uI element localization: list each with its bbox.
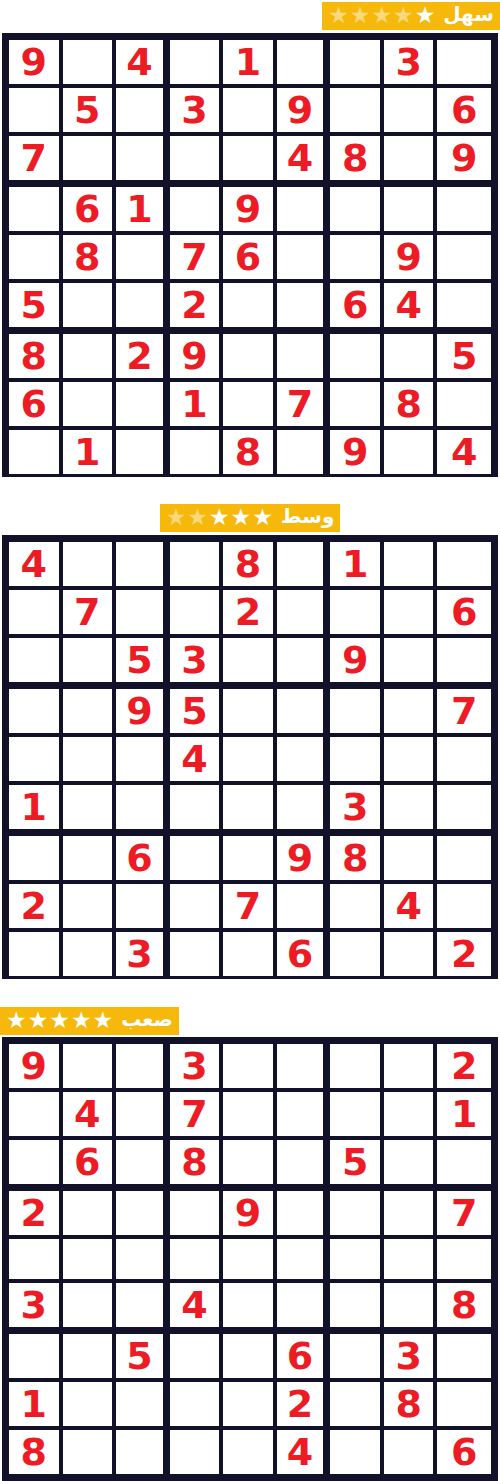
sudoku-cell-empty <box>277 1239 331 1283</box>
sudoku-cell-empty <box>277 1140 331 1191</box>
sudoku-cell-given: 6 <box>277 1334 331 1382</box>
sudoku-cell-empty <box>384 1430 438 1474</box>
sudoku-grid-medium: 481726539957413698274362 <box>2 535 498 979</box>
sudoku-cell-empty <box>9 836 63 884</box>
hard-banner-row: ★★★★★ صعب <box>0 1007 500 1035</box>
sudoku-cell-empty <box>223 1140 277 1191</box>
sudoku-cell-given: 7 <box>170 235 224 283</box>
sudoku-cell-given: 6 <box>437 590 491 638</box>
sudoku-cell-empty <box>384 737 438 785</box>
sudoku-cell-empty <box>9 638 63 689</box>
sudoku-cell-empty <box>277 1283 331 1334</box>
sudoku-cell-empty <box>116 1239 170 1283</box>
sudoku-cell-given: 9 <box>223 187 277 235</box>
star-faded-icon: ★ <box>187 506 208 529</box>
star-filled-icon: ★ <box>415 4 436 27</box>
sudoku-cell-given: 6 <box>63 187 117 235</box>
sudoku-cell-given: 4 <box>63 1092 117 1140</box>
sudoku-cell-empty <box>437 542 491 590</box>
sudoku-cell-empty <box>277 40 331 88</box>
sudoku-cell-empty <box>330 884 384 932</box>
sudoku-cell-given: 8 <box>223 542 277 590</box>
sudoku-cell-given: 8 <box>63 235 117 283</box>
sudoku-cell-given: 9 <box>384 235 438 283</box>
sudoku-cell-empty <box>437 737 491 785</box>
sudoku-cell-empty <box>330 235 384 283</box>
sudoku-cell-given: 2 <box>223 590 277 638</box>
sudoku-cell-empty <box>223 1334 277 1382</box>
sudoku-cell-given: 4 <box>116 40 170 88</box>
sudoku-cell-empty <box>330 187 384 235</box>
star-faded-icon: ★ <box>166 506 187 529</box>
sudoku-cell-empty <box>277 334 331 382</box>
sudoku-cell-empty <box>437 638 491 689</box>
sudoku-cell-given: 7 <box>437 1191 491 1239</box>
star-filled-icon: ★ <box>28 1009 49 1032</box>
sudoku-cell-empty <box>63 689 117 737</box>
sudoku-cell-empty <box>63 737 117 785</box>
sudoku-cell-empty <box>63 1191 117 1239</box>
star-rating-hard: ★★★★★ <box>6 1010 113 1033</box>
sudoku-cell-empty <box>170 884 224 932</box>
medium-banner-row: ★★★★★ وسط <box>0 504 500 532</box>
sudoku-cell-empty <box>384 1140 438 1191</box>
sudoku-cell-empty <box>384 187 438 235</box>
sudoku-cell-given: 5 <box>63 88 117 136</box>
sudoku-cell-given: 5 <box>170 689 224 737</box>
sudoku-cell-empty <box>384 334 438 382</box>
sudoku-cell-given: 5 <box>9 283 63 334</box>
sudoku-cell-empty <box>437 1382 491 1430</box>
sudoku-cell-empty <box>330 737 384 785</box>
sudoku-cell-empty <box>170 1239 224 1283</box>
sudoku-cell-empty <box>63 1334 117 1382</box>
sudoku-cell-empty <box>116 1430 170 1474</box>
sudoku-cell-empty <box>437 382 491 430</box>
sudoku-cell-empty <box>170 1382 224 1430</box>
sudoku-cell-given: 8 <box>330 136 384 187</box>
sudoku-cell-given: 6 <box>277 932 331 976</box>
star-filled-icon: ★ <box>71 1009 92 1032</box>
sudoku-cell-empty <box>116 1191 170 1239</box>
difficulty-label-medium: وسط <box>281 506 335 526</box>
sudoku-cell-given: 1 <box>9 1382 63 1430</box>
sudoku-cell-given: 4 <box>9 542 63 590</box>
sudoku-cell-given: 9 <box>116 689 170 737</box>
sudoku-cell-empty <box>170 542 224 590</box>
sudoku-cell-given: 7 <box>63 590 117 638</box>
sudoku-cell-given: 9 <box>437 136 491 187</box>
sudoku-cell-given: 4 <box>170 737 224 785</box>
sudoku-cell-empty <box>63 40 117 88</box>
sudoku-cell-empty <box>330 40 384 88</box>
sudoku-cell-empty <box>170 40 224 88</box>
sudoku-cell-given: 4 <box>384 884 438 932</box>
sudoku-grid-hard: 932471685297348563128846 <box>2 1037 498 1481</box>
sudoku-cell-empty <box>116 235 170 283</box>
sudoku-cell-given: 2 <box>437 932 491 976</box>
sudoku-cell-given: 7 <box>223 884 277 932</box>
star-rating-medium: ★★★★★ <box>166 507 273 530</box>
sudoku-cell-empty <box>9 590 63 638</box>
sudoku-cell-empty <box>384 932 438 976</box>
sudoku-cell-empty <box>63 542 117 590</box>
sudoku-cell-given: 6 <box>437 88 491 136</box>
sudoku-cell-empty <box>277 187 331 235</box>
sudoku-cell-empty <box>330 1044 384 1092</box>
sudoku-cell-given: 1 <box>170 382 224 430</box>
sudoku-cell-given: 7 <box>9 136 63 187</box>
star-faded-icon: ★ <box>393 4 414 27</box>
sudoku-cell-empty <box>384 836 438 884</box>
sudoku-cell-empty <box>437 40 491 88</box>
sudoku-cell-empty <box>116 884 170 932</box>
sudoku-cell-empty <box>277 235 331 283</box>
sudoku-cell-empty <box>330 1382 384 1430</box>
sudoku-cell-given: 6 <box>116 836 170 884</box>
sudoku-cell-given: 6 <box>63 1140 117 1191</box>
sudoku-cell-empty <box>277 590 331 638</box>
sudoku-cell-empty <box>437 884 491 932</box>
sudoku-cell-empty <box>330 88 384 136</box>
star-faded-icon: ★ <box>371 4 392 27</box>
sudoku-cell-empty <box>116 542 170 590</box>
star-faded-icon: ★ <box>350 4 371 27</box>
sudoku-cell-empty <box>9 1239 63 1283</box>
sudoku-cell-empty <box>277 785 331 836</box>
sudoku-cell-empty <box>223 932 277 976</box>
sudoku-cell-empty <box>116 1092 170 1140</box>
sudoku-cell-given: 2 <box>9 1191 63 1239</box>
star-filled-icon: ★ <box>231 506 252 529</box>
sudoku-cell-given: 5 <box>437 334 491 382</box>
sudoku-cell-empty <box>170 136 224 187</box>
sudoku-cell-given: 3 <box>384 1334 438 1382</box>
sudoku-cell-empty <box>116 283 170 334</box>
sudoku-cell-empty <box>277 737 331 785</box>
sudoku-cell-empty <box>277 638 331 689</box>
sudoku-cell-given: 2 <box>170 283 224 334</box>
sudoku-cell-empty <box>9 1140 63 1191</box>
sudoku-cell-empty <box>116 430 170 474</box>
sudoku-cell-empty <box>437 1334 491 1382</box>
sudoku-cell-empty <box>384 1092 438 1140</box>
sudoku-cell-given: 9 <box>330 430 384 474</box>
sudoku-cell-empty <box>437 1140 491 1191</box>
sudoku-cell-empty <box>9 1092 63 1140</box>
sudoku-cell-empty <box>223 382 277 430</box>
sudoku-cell-empty <box>437 283 491 334</box>
star-faded-icon: ★ <box>328 4 349 27</box>
sudoku-cell-empty <box>63 136 117 187</box>
sudoku-cell-empty <box>384 1191 438 1239</box>
sudoku-cell-empty <box>223 1092 277 1140</box>
sudoku-cell-empty <box>9 187 63 235</box>
sudoku-cell-given: 6 <box>9 382 63 430</box>
sudoku-cell-empty <box>437 187 491 235</box>
sudoku-cell-empty <box>330 1334 384 1382</box>
sudoku-cell-empty <box>116 785 170 836</box>
sudoku-cell-empty <box>384 1239 438 1283</box>
sudoku-cell-empty <box>223 1283 277 1334</box>
sudoku-cell-empty <box>384 430 438 474</box>
sudoku-cell-given: 4 <box>437 430 491 474</box>
sudoku-cell-empty <box>9 737 63 785</box>
sudoku-cell-empty <box>9 430 63 474</box>
sudoku-cell-empty <box>330 1239 384 1283</box>
sudoku-cell-empty <box>116 136 170 187</box>
star-filled-icon: ★ <box>209 506 230 529</box>
sudoku-cell-empty <box>384 689 438 737</box>
sudoku-cell-given: 3 <box>170 638 224 689</box>
star-filled-icon: ★ <box>252 506 273 529</box>
sudoku-cell-empty <box>63 334 117 382</box>
sudoku-cell-given: 8 <box>9 334 63 382</box>
sudoku-cell-given: 5 <box>116 1334 170 1382</box>
sudoku-cell-empty <box>9 932 63 976</box>
sudoku-cell-empty <box>223 638 277 689</box>
sudoku-cell-given: 1 <box>437 1092 491 1140</box>
sudoku-cell-empty <box>223 1239 277 1283</box>
sudoku-cell-given: 2 <box>9 884 63 932</box>
sudoku-cell-empty <box>63 638 117 689</box>
sudoku-cell-given: 3 <box>170 1044 224 1092</box>
sudoku-cell-given: 7 <box>437 689 491 737</box>
sudoku-cell-empty <box>277 1191 331 1239</box>
easy-banner-row: ★★★★★ سهل <box>0 2 500 30</box>
sudoku-cell-empty <box>277 542 331 590</box>
sudoku-cell-empty <box>330 1283 384 1334</box>
sudoku-cell-empty <box>63 884 117 932</box>
sudoku-cell-given: 9 <box>9 1044 63 1092</box>
sudoku-cell-empty <box>384 1283 438 1334</box>
sudoku-cell-given: 8 <box>223 430 277 474</box>
sudoku-cell-empty <box>63 1283 117 1334</box>
sudoku-cell-empty <box>9 235 63 283</box>
sudoku-cell-empty <box>437 235 491 283</box>
sudoku-cell-empty <box>63 836 117 884</box>
sudoku-cell-empty <box>223 283 277 334</box>
difficulty-banner-medium: ★★★★★ وسط <box>160 504 341 532</box>
sudoku-cell-given: 6 <box>437 1430 491 1474</box>
sudoku-cell-empty <box>384 136 438 187</box>
sudoku-cell-empty <box>277 689 331 737</box>
sudoku-cell-empty <box>116 590 170 638</box>
sudoku-cell-given: 9 <box>170 334 224 382</box>
sudoku-cell-empty <box>116 382 170 430</box>
sudoku-grid-easy: 94135396748961987695264829561781894 <box>2 33 498 477</box>
star-filled-icon: ★ <box>93 1009 114 1032</box>
sudoku-cell-given: 2 <box>277 1382 331 1430</box>
sudoku-cell-empty <box>9 689 63 737</box>
sudoku-cell-given: 9 <box>9 40 63 88</box>
sudoku-cell-given: 1 <box>330 542 384 590</box>
star-filled-icon: ★ <box>49 1009 70 1032</box>
sudoku-cell-empty <box>223 334 277 382</box>
sudoku-cell-given: 2 <box>437 1044 491 1092</box>
sudoku-cell-given: 9 <box>330 638 384 689</box>
sudoku-cell-empty <box>116 1044 170 1092</box>
sudoku-cell-given: 4 <box>384 283 438 334</box>
sudoku-cell-empty <box>437 785 491 836</box>
sudoku-cell-given: 4 <box>277 136 331 187</box>
sudoku-cell-empty <box>384 785 438 836</box>
difficulty-label-easy: سهل <box>443 4 494 24</box>
sudoku-cell-empty <box>223 785 277 836</box>
star-rating-easy: ★★★★★ <box>328 5 435 28</box>
sudoku-cell-empty <box>330 334 384 382</box>
sudoku-cell-given: 5 <box>330 1140 384 1191</box>
sudoku-cell-empty <box>170 785 224 836</box>
sudoku-cell-empty <box>223 1044 277 1092</box>
sudoku-cell-empty <box>330 689 384 737</box>
sudoku-cell-given: 4 <box>170 1283 224 1334</box>
sudoku-cell-given: 8 <box>384 382 438 430</box>
sudoku-cell-empty <box>330 382 384 430</box>
sudoku-cell-empty <box>63 1044 117 1092</box>
sudoku-cell-given: 2 <box>116 334 170 382</box>
sudoku-cell-empty <box>170 1191 224 1239</box>
sudoku-cell-empty <box>223 689 277 737</box>
sudoku-cell-given: 8 <box>384 1382 438 1430</box>
sudoku-cell-empty <box>170 187 224 235</box>
sudoku-cell-given: 5 <box>116 638 170 689</box>
sudoku-cell-given: 8 <box>330 836 384 884</box>
sudoku-cell-empty <box>330 1191 384 1239</box>
sudoku-cell-empty <box>170 430 224 474</box>
sudoku-cell-given: 6 <box>223 235 277 283</box>
sudoku-cell-empty <box>277 884 331 932</box>
sudoku-cell-empty <box>63 785 117 836</box>
sudoku-cell-empty <box>223 737 277 785</box>
sudoku-cell-given: 3 <box>384 40 438 88</box>
sudoku-cell-given: 9 <box>277 88 331 136</box>
sudoku-cell-empty <box>63 932 117 976</box>
sudoku-cell-empty <box>63 283 117 334</box>
sudoku-cell-empty <box>330 932 384 976</box>
sudoku-cell-empty <box>277 1044 331 1092</box>
sudoku-cell-empty <box>277 1092 331 1140</box>
sudoku-cell-empty <box>223 136 277 187</box>
sudoku-cell-empty <box>223 88 277 136</box>
sudoku-cell-empty <box>384 638 438 689</box>
difficulty-banner-easy: ★★★★★ سهل <box>322 2 500 30</box>
star-filled-icon: ★ <box>6 1009 27 1032</box>
sudoku-cell-empty <box>170 932 224 976</box>
sudoku-cell-empty <box>170 836 224 884</box>
sudoku-cell-given: 1 <box>116 187 170 235</box>
sudoku-cell-given: 3 <box>9 1283 63 1334</box>
sudoku-cell-empty <box>63 1239 117 1283</box>
sudoku-cell-given: 7 <box>277 382 331 430</box>
sudoku-cell-given: 7 <box>170 1092 224 1140</box>
sudoku-cell-given: 3 <box>116 932 170 976</box>
sudoku-cell-empty <box>170 1430 224 1474</box>
sudoku-cell-given: 1 <box>63 430 117 474</box>
sudoku-cell-empty <box>9 88 63 136</box>
sudoku-cell-given: 3 <box>170 88 224 136</box>
sudoku-cell-empty <box>384 1044 438 1092</box>
sudoku-cell-empty <box>330 590 384 638</box>
sudoku-cell-given: 9 <box>277 836 331 884</box>
sudoku-cell-given: 3 <box>330 785 384 836</box>
sudoku-cell-empty <box>384 590 438 638</box>
sudoku-cell-empty <box>116 88 170 136</box>
sudoku-cell-given: 8 <box>9 1430 63 1474</box>
sudoku-cell-empty <box>330 1092 384 1140</box>
sudoku-cell-empty <box>63 382 117 430</box>
sudoku-cell-empty <box>170 590 224 638</box>
sudoku-cell-empty <box>437 836 491 884</box>
sudoku-cell-empty <box>223 1382 277 1430</box>
sudoku-cell-empty <box>116 1140 170 1191</box>
sudoku-cell-empty <box>384 88 438 136</box>
sudoku-cell-empty <box>63 1382 117 1430</box>
difficulty-label-hard: صعب <box>121 1009 173 1029</box>
sudoku-cell-given: 1 <box>223 40 277 88</box>
sudoku-cell-empty <box>277 283 331 334</box>
sudoku-cell-empty <box>330 1430 384 1474</box>
sudoku-cell-given: 1 <box>9 785 63 836</box>
sudoku-cell-empty <box>223 1430 277 1474</box>
difficulty-banner-hard: ★★★★★ صعب <box>0 1007 179 1035</box>
sudoku-cell-given: 4 <box>277 1430 331 1474</box>
sudoku-cell-empty <box>384 542 438 590</box>
sudoku-cell-given: 8 <box>170 1140 224 1191</box>
sudoku-cell-given: 8 <box>437 1283 491 1334</box>
sudoku-cell-empty <box>116 737 170 785</box>
sudoku-cell-empty <box>223 836 277 884</box>
sudoku-cell-empty <box>170 1334 224 1382</box>
sudoku-cell-given: 9 <box>223 1191 277 1239</box>
sudoku-cell-empty <box>63 1430 117 1474</box>
sudoku-cell-empty <box>277 430 331 474</box>
sudoku-cell-empty <box>116 1382 170 1430</box>
sudoku-cell-empty <box>437 1239 491 1283</box>
sudoku-cell-empty <box>116 1283 170 1334</box>
sudoku-cell-empty <box>9 1334 63 1382</box>
sudoku-cell-given: 6 <box>330 283 384 334</box>
